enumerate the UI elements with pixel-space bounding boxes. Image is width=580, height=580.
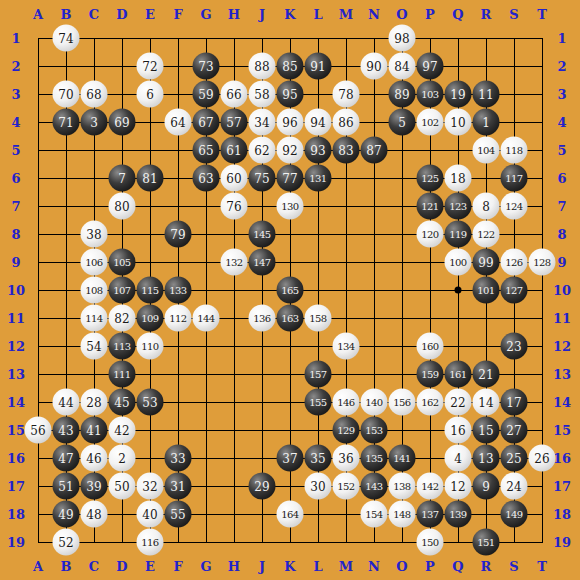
- move-number: 29: [254, 480, 269, 492]
- move-number: 62: [254, 144, 269, 156]
- row-label-right: 1: [557, 31, 566, 46]
- row-label-right: 4: [557, 115, 566, 130]
- stone-black-P6: 125: [417, 165, 444, 192]
- stone-black-S15: 27: [501, 417, 528, 444]
- col-label-top: A: [33, 7, 43, 22]
- move-number: 58: [254, 88, 269, 100]
- col-label-top: G: [200, 7, 211, 22]
- stone-black-H4: 57: [221, 109, 248, 136]
- stone-white-S9: 126: [501, 249, 528, 276]
- stone-black-P3: 103: [417, 81, 444, 108]
- move-number: 42: [114, 424, 129, 436]
- move-number: 110: [141, 341, 158, 351]
- stone-white-J11: 136: [249, 305, 276, 332]
- move-number: 114: [85, 313, 102, 323]
- stone-white-T16: 26: [529, 445, 556, 472]
- stone-white-M14: 146: [333, 389, 360, 416]
- stone-white-J5: 62: [249, 137, 276, 164]
- grid-line: [38, 542, 543, 543]
- move-number: 118: [505, 145, 522, 155]
- stone-black-F10: 133: [165, 277, 192, 304]
- move-number: 159: [421, 369, 438, 379]
- move-number: 111: [113, 369, 130, 379]
- stone-white-A15: 56: [25, 417, 52, 444]
- move-number: 55: [170, 508, 185, 520]
- move-number: 91: [310, 60, 325, 72]
- move-number: 74: [58, 32, 73, 44]
- move-number: 22: [450, 396, 465, 408]
- stone-white-P8: 120: [417, 221, 444, 248]
- stone-black-K3: 95: [277, 81, 304, 108]
- stone-black-N17: 143: [361, 473, 388, 500]
- move-number: 75: [254, 172, 269, 184]
- move-number: 113: [113, 341, 130, 351]
- stone-white-C12: 54: [81, 333, 108, 360]
- move-number: 158: [309, 313, 326, 323]
- move-number: 45: [114, 396, 129, 408]
- move-number: 138: [393, 481, 410, 491]
- move-number: 73: [198, 60, 213, 72]
- col-label-top: K: [284, 7, 295, 22]
- stone-white-L4: 94: [305, 109, 332, 136]
- move-number: 60: [226, 172, 241, 184]
- col-label-bottom: E: [145, 559, 155, 574]
- move-number: 112: [169, 313, 186, 323]
- move-number: 128: [533, 257, 550, 267]
- stone-white-B3: 70: [53, 81, 80, 108]
- move-number: 101: [477, 285, 494, 295]
- row-label-left: 8: [11, 227, 20, 242]
- col-label-bottom: N: [368, 559, 380, 574]
- stone-black-D14: 45: [109, 389, 136, 416]
- move-number: 126: [505, 257, 522, 267]
- move-number: 25: [506, 452, 521, 464]
- stone-white-N2: 90: [361, 53, 388, 80]
- move-number: 78: [338, 88, 353, 100]
- row-label-left: 7: [11, 199, 20, 214]
- stone-black-G5: 65: [193, 137, 220, 164]
- row-label-left: 5: [11, 143, 20, 158]
- move-number: 150: [421, 537, 438, 547]
- col-label-bottom: G: [200, 559, 211, 574]
- stone-black-B18: 49: [53, 501, 80, 528]
- row-label-left: 14: [7, 395, 25, 410]
- stone-white-H3: 66: [221, 81, 248, 108]
- move-number: 49: [58, 508, 73, 520]
- col-label-bottom: K: [284, 559, 295, 574]
- col-label-bottom: S: [509, 559, 518, 574]
- move-number: 85: [282, 60, 297, 72]
- stone-white-C11: 114: [81, 305, 108, 332]
- stone-white-C8: 38: [81, 221, 108, 248]
- move-number: 119: [449, 229, 466, 239]
- stone-white-D11: 82: [109, 305, 136, 332]
- move-number: 16: [450, 424, 465, 436]
- col-label-top: J: [259, 7, 265, 22]
- stone-black-Q13: 161: [445, 361, 472, 388]
- move-number: 21: [478, 368, 493, 380]
- stone-white-C18: 48: [81, 501, 108, 528]
- stone-black-Q3: 19: [445, 81, 472, 108]
- stone-black-L2: 91: [305, 53, 332, 80]
- stone-white-D17: 50: [109, 473, 136, 500]
- move-number: 131: [309, 173, 326, 183]
- move-number: 65: [198, 144, 213, 156]
- move-number: 106: [85, 257, 102, 267]
- move-number: 160: [421, 341, 438, 351]
- move-number: 92: [282, 144, 297, 156]
- move-number: 18: [450, 172, 465, 184]
- stone-black-G3: 59: [193, 81, 220, 108]
- stone-black-R16: 13: [473, 445, 500, 472]
- move-number: 148: [393, 509, 410, 519]
- move-number: 108: [85, 285, 102, 295]
- move-number: 38: [86, 228, 101, 240]
- row-label-right: 18: [553, 507, 571, 522]
- col-label-bottom: R: [481, 559, 492, 574]
- move-number: 63: [198, 172, 213, 184]
- move-number: 107: [113, 285, 130, 295]
- move-number: 156: [393, 397, 410, 407]
- move-number: 115: [141, 285, 158, 295]
- stone-black-E11: 109: [137, 305, 164, 332]
- row-label-right: 13: [553, 367, 571, 382]
- move-number: 10: [450, 116, 465, 128]
- row-label-left: 6: [11, 171, 20, 186]
- stone-black-E14: 53: [137, 389, 164, 416]
- move-number: 15: [478, 424, 493, 436]
- stone-black-P7: 121: [417, 193, 444, 220]
- move-number: 104: [477, 145, 494, 155]
- move-number: 149: [505, 509, 522, 519]
- stone-black-M15: 129: [333, 417, 360, 444]
- stone-white-E2: 72: [137, 53, 164, 80]
- stone-black-O4: 5: [389, 109, 416, 136]
- stone-black-B15: 43: [53, 417, 80, 444]
- col-label-top: L: [313, 7, 322, 22]
- stone-black-E6: 81: [137, 165, 164, 192]
- row-label-left: 13: [7, 367, 25, 382]
- move-number: 97: [422, 60, 437, 72]
- stone-white-C9: 106: [81, 249, 108, 276]
- move-number: 66: [226, 88, 241, 100]
- move-number: 23: [506, 340, 521, 352]
- move-number: 121: [421, 201, 438, 211]
- move-number: 164: [281, 509, 298, 519]
- row-label-right: 12: [553, 339, 571, 354]
- move-number: 6: [146, 88, 154, 100]
- row-label-right: 14: [553, 395, 571, 410]
- row-label-right: 15: [553, 423, 571, 438]
- move-number: 103: [421, 89, 438, 99]
- move-number: 2: [118, 452, 126, 464]
- move-number: 134: [337, 341, 354, 351]
- move-number: 163: [281, 313, 298, 323]
- col-label-top: D: [116, 7, 127, 22]
- stone-black-P18: 137: [417, 501, 444, 528]
- stone-white-H9: 132: [221, 249, 248, 276]
- move-number: 36: [338, 452, 353, 464]
- move-number: 40: [142, 508, 157, 520]
- col-label-top: F: [173, 7, 182, 22]
- stone-white-R14: 14: [473, 389, 500, 416]
- move-number: 143: [365, 481, 382, 491]
- stone-white-L11: 158: [305, 305, 332, 332]
- col-label-bottom: F: [173, 559, 182, 574]
- stone-black-K10: 165: [277, 277, 304, 304]
- move-number: 83: [338, 144, 353, 156]
- col-label-top: T: [537, 7, 547, 22]
- move-number: 120: [421, 229, 438, 239]
- move-number: 27: [506, 424, 521, 436]
- stone-black-Q8: 119: [445, 221, 472, 248]
- stone-white-M16: 36: [333, 445, 360, 472]
- move-number: 142: [421, 481, 438, 491]
- move-number: 37: [282, 452, 297, 464]
- stone-white-E18: 40: [137, 501, 164, 528]
- move-number: 52: [58, 536, 73, 548]
- move-number: 56: [30, 424, 45, 436]
- row-label-left: 11: [7, 311, 25, 326]
- stone-white-S5: 118: [501, 137, 528, 164]
- move-number: 123: [449, 201, 466, 211]
- move-number: 12: [450, 480, 465, 492]
- row-label-right: 2: [557, 59, 566, 74]
- col-label-bottom: J: [259, 559, 265, 574]
- stone-white-D15: 42: [109, 417, 136, 444]
- stone-black-B16: 47: [53, 445, 80, 472]
- move-number: 9: [482, 480, 490, 492]
- move-number: 39: [86, 480, 101, 492]
- stone-black-R3: 11: [473, 81, 500, 108]
- stone-black-S6: 117: [501, 165, 528, 192]
- col-label-top: B: [61, 7, 72, 22]
- move-number: 34: [254, 116, 269, 128]
- stone-white-D7: 80: [109, 193, 136, 220]
- stone-white-R8: 122: [473, 221, 500, 248]
- stone-white-Q4: 10: [445, 109, 472, 136]
- col-label-top: R: [481, 7, 492, 22]
- stone-white-K4: 96: [277, 109, 304, 136]
- move-number: 77: [282, 172, 297, 184]
- row-label-right: 9: [557, 255, 566, 270]
- move-number: 3: [90, 116, 98, 128]
- stone-black-E10: 115: [137, 277, 164, 304]
- move-number: 132: [225, 257, 242, 267]
- move-number: 50: [114, 480, 129, 492]
- stone-black-R17: 9: [473, 473, 500, 500]
- move-number: 96: [282, 116, 297, 128]
- stone-black-K16: 37: [277, 445, 304, 472]
- col-label-top: C: [89, 7, 99, 22]
- move-number: 152: [337, 481, 354, 491]
- stone-black-S14: 17: [501, 389, 528, 416]
- move-number: 35: [310, 452, 325, 464]
- move-number: 140: [365, 397, 382, 407]
- move-number: 64: [170, 116, 185, 128]
- col-label-bottom: M: [339, 559, 353, 574]
- stone-black-H5: 61: [221, 137, 248, 164]
- move-number: 88: [254, 60, 269, 72]
- move-number: 41: [86, 424, 101, 436]
- stone-white-J2: 88: [249, 53, 276, 80]
- stone-white-C16: 46: [81, 445, 108, 472]
- row-label-right: 5: [557, 143, 566, 158]
- stone-black-J9: 147: [249, 249, 276, 276]
- stone-black-J17: 29: [249, 473, 276, 500]
- stone-white-B1: 74: [53, 25, 80, 52]
- move-number: 72: [142, 60, 157, 72]
- move-number: 1: [482, 116, 490, 128]
- move-number: 127: [505, 285, 522, 295]
- stone-black-R10: 101: [473, 277, 500, 304]
- stone-black-K2: 85: [277, 53, 304, 80]
- go-board[interactable]: AABBCCDDEEFFGGHHJJKKLLMMNNOOPPQQRRSSTT11…: [0, 0, 580, 580]
- stone-white-S7: 124: [501, 193, 528, 220]
- stone-black-F18: 55: [165, 501, 192, 528]
- stone-white-B14: 44: [53, 389, 80, 416]
- move-number: 129: [337, 425, 354, 435]
- stone-black-R15: 15: [473, 417, 500, 444]
- move-number: 144: [197, 313, 214, 323]
- move-number: 165: [281, 285, 298, 295]
- stone-black-R4: 1: [473, 109, 500, 136]
- col-label-top: M: [339, 7, 353, 22]
- stone-white-Q16: 4: [445, 445, 472, 472]
- stone-black-C4: 3: [81, 109, 108, 136]
- move-number: 161: [449, 369, 466, 379]
- stone-black-R13: 21: [473, 361, 500, 388]
- stone-white-R7: 8: [473, 193, 500, 220]
- move-number: 99: [478, 256, 493, 268]
- move-number: 24: [506, 480, 521, 492]
- move-number: 30: [310, 480, 325, 492]
- stone-black-F17: 31: [165, 473, 192, 500]
- move-number: 47: [58, 452, 73, 464]
- stone-black-D13: 111: [109, 361, 136, 388]
- stone-black-K6: 77: [277, 165, 304, 192]
- stone-black-O3: 89: [389, 81, 416, 108]
- move-number: 109: [141, 313, 158, 323]
- move-number: 61: [226, 144, 241, 156]
- stone-black-Q7: 123: [445, 193, 472, 220]
- col-label-top: Q: [452, 7, 463, 22]
- move-number: 53: [142, 396, 157, 408]
- stone-black-L14: 155: [305, 389, 332, 416]
- stone-black-N16: 135: [361, 445, 388, 472]
- stone-white-P14: 162: [417, 389, 444, 416]
- stone-white-P19: 150: [417, 529, 444, 556]
- move-number: 68: [86, 88, 101, 100]
- move-number: 81: [142, 172, 157, 184]
- row-label-right: 7: [557, 199, 566, 214]
- col-label-bottom: Q: [452, 559, 463, 574]
- stone-white-P12: 160: [417, 333, 444, 360]
- stone-black-G2: 73: [193, 53, 220, 80]
- stone-black-J8: 145: [249, 221, 276, 248]
- stone-black-D9: 105: [109, 249, 136, 276]
- move-number: 146: [337, 397, 354, 407]
- stone-black-C15: 41: [81, 417, 108, 444]
- move-number: 124: [505, 201, 522, 211]
- row-label-left: 19: [7, 535, 25, 550]
- col-label-top: N: [368, 7, 380, 22]
- move-number: 32: [142, 480, 157, 492]
- stone-white-E12: 110: [137, 333, 164, 360]
- stone-black-P13: 159: [417, 361, 444, 388]
- stone-black-S12: 23: [501, 333, 528, 360]
- move-number: 145: [253, 229, 270, 239]
- stone-white-M17: 152: [333, 473, 360, 500]
- stone-white-H6: 60: [221, 165, 248, 192]
- col-label-top: O: [396, 7, 407, 22]
- stone-black-K11: 163: [277, 305, 304, 332]
- stone-black-D10: 107: [109, 277, 136, 304]
- col-label-top: S: [509, 7, 518, 22]
- move-number: 59: [198, 88, 213, 100]
- move-number: 67: [198, 116, 213, 128]
- move-number: 44: [58, 396, 73, 408]
- row-label-left: 17: [7, 479, 25, 494]
- stone-black-P2: 97: [417, 53, 444, 80]
- move-number: 135: [365, 453, 382, 463]
- stone-black-F16: 33: [165, 445, 192, 472]
- stone-black-D12: 113: [109, 333, 136, 360]
- move-number: 14: [478, 396, 493, 408]
- move-number: 141: [393, 453, 410, 463]
- move-number: 153: [365, 425, 382, 435]
- row-label-left: 16: [7, 451, 25, 466]
- move-number: 71: [58, 116, 73, 128]
- stone-white-Q9: 100: [445, 249, 472, 276]
- stone-white-K7: 130: [277, 193, 304, 220]
- stone-black-F8: 79: [165, 221, 192, 248]
- stone-white-G11: 144: [193, 305, 220, 332]
- col-label-bottom: H: [228, 559, 240, 574]
- stone-black-G4: 67: [193, 109, 220, 136]
- stone-white-C14: 28: [81, 389, 108, 416]
- stone-white-E3: 6: [137, 81, 164, 108]
- stone-white-P17: 142: [417, 473, 444, 500]
- stone-white-C3: 68: [81, 81, 108, 108]
- stone-white-O2: 84: [389, 53, 416, 80]
- stone-white-J3: 58: [249, 81, 276, 108]
- row-label-left: 9: [11, 255, 20, 270]
- stone-black-D6: 7: [109, 165, 136, 192]
- row-label-left: 3: [11, 87, 20, 102]
- stone-white-N14: 140: [361, 389, 388, 416]
- move-number: 93: [310, 144, 325, 156]
- row-label-right: 3: [557, 87, 566, 102]
- move-number: 130: [281, 201, 298, 211]
- move-number: 4: [454, 452, 462, 464]
- row-label-left: 18: [7, 507, 25, 522]
- move-number: 19: [450, 88, 465, 100]
- stone-black-R9: 99: [473, 249, 500, 276]
- move-number: 90: [366, 60, 381, 72]
- go-kifu-diagram: AABBCCDDEEFFGGHHJJKKLLMMNNOOPPQQRRSSTT11…: [0, 0, 580, 580]
- row-label-left: 10: [7, 283, 25, 298]
- move-number: 157: [309, 369, 326, 379]
- stone-black-J6: 75: [249, 165, 276, 192]
- row-label-left: 2: [11, 59, 20, 74]
- col-label-bottom: D: [116, 559, 127, 574]
- move-number: 89: [394, 88, 409, 100]
- row-label-left: 1: [11, 31, 20, 46]
- stone-black-N15: 153: [361, 417, 388, 444]
- stone-black-S16: 25: [501, 445, 528, 472]
- row-label-right: 16: [553, 451, 571, 466]
